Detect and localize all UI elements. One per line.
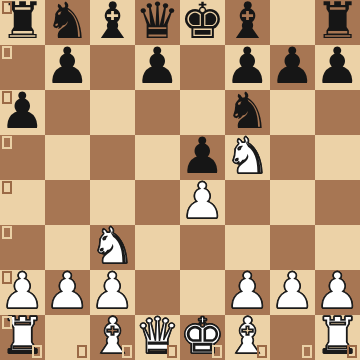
- square-f4[interactable]: [225, 180, 270, 225]
- piece-black-pawn[interactable]: ♟: [135, 44, 180, 89]
- square-d7[interactable]: ♟: [135, 45, 180, 90]
- square-d1[interactable]: ♛: [135, 315, 180, 360]
- square-e4[interactable]: ♟: [180, 180, 225, 225]
- file-label-e: [212, 345, 222, 358]
- square-d4[interactable]: [135, 180, 180, 225]
- square-c5[interactable]: [90, 135, 135, 180]
- square-f1[interactable]: ♝: [225, 315, 270, 360]
- square-h6[interactable]: [315, 90, 360, 135]
- square-h7[interactable]: ♟: [315, 45, 360, 90]
- rank-label-3: [2, 226, 12, 239]
- square-b6[interactable]: [45, 90, 90, 135]
- rank-label-8: [2, 1, 12, 14]
- file-label-c: [122, 345, 132, 358]
- file-label-a: [32, 345, 42, 358]
- square-d6[interactable]: [135, 90, 180, 135]
- square-e7[interactable]: [180, 45, 225, 90]
- square-h5[interactable]: [315, 135, 360, 180]
- square-g7[interactable]: ♟: [270, 45, 315, 90]
- square-d5[interactable]: [135, 135, 180, 180]
- square-b1[interactable]: [45, 315, 90, 360]
- square-f5[interactable]: ♞: [225, 135, 270, 180]
- square-e1[interactable]: ♚: [180, 315, 225, 360]
- file-label-g: [302, 345, 312, 358]
- square-b2[interactable]: ♟: [45, 270, 90, 315]
- square-e3[interactable]: [180, 225, 225, 270]
- square-g4[interactable]: [270, 180, 315, 225]
- chess-board: ♜♞♝♛♚♝♜♟♟♟♟♟♟♞♟♞♟♞♟♟♟♟♟♟♜♝♛♚♝♜: [0, 0, 360, 360]
- piece-white-pawn[interactable]: ♟: [270, 269, 315, 314]
- piece-black-pawn[interactable]: ♟: [315, 44, 360, 89]
- file-label-d: [167, 345, 177, 358]
- file-label-b: [77, 345, 87, 358]
- rank-label-7: [2, 46, 12, 59]
- square-a5[interactable]: [0, 135, 45, 180]
- file-label-f: [257, 345, 267, 358]
- square-d3[interactable]: [135, 225, 180, 270]
- piece-black-king[interactable]: ♚: [180, 0, 225, 44]
- piece-black-bishop[interactable]: ♝: [90, 0, 135, 44]
- square-g1[interactable]: [270, 315, 315, 360]
- rank-label-4: [2, 181, 12, 194]
- square-c8[interactable]: ♝: [90, 0, 135, 45]
- square-b7[interactable]: ♟: [45, 45, 90, 90]
- square-h1[interactable]: ♜: [315, 315, 360, 360]
- square-g2[interactable]: ♟: [270, 270, 315, 315]
- rank-label-6: [2, 91, 12, 104]
- square-b4[interactable]: [45, 180, 90, 225]
- rank-label-5: [2, 136, 12, 149]
- piece-white-pawn[interactable]: ♟: [45, 269, 90, 314]
- rank-label-1: [2, 316, 12, 329]
- piece-white-knight[interactable]: ♞: [225, 134, 270, 179]
- piece-black-pawn[interactable]: ♟: [270, 44, 315, 89]
- piece-black-pawn[interactable]: ♟: [45, 44, 90, 89]
- square-e8[interactable]: ♚: [180, 0, 225, 45]
- square-a1[interactable]: ♜: [0, 315, 45, 360]
- square-c1[interactable]: ♝: [90, 315, 135, 360]
- square-b5[interactable]: [45, 135, 90, 180]
- square-c6[interactable]: [90, 90, 135, 135]
- square-h4[interactable]: [315, 180, 360, 225]
- square-a4[interactable]: [0, 180, 45, 225]
- square-c7[interactable]: [90, 45, 135, 90]
- rank-label-2: [2, 271, 12, 284]
- square-g6[interactable]: [270, 90, 315, 135]
- piece-white-pawn[interactable]: ♟: [180, 179, 225, 224]
- file-label-h: [347, 345, 357, 358]
- square-g5[interactable]: [270, 135, 315, 180]
- square-a8[interactable]: ♜: [0, 0, 45, 45]
- square-a6[interactable]: ♟: [0, 90, 45, 135]
